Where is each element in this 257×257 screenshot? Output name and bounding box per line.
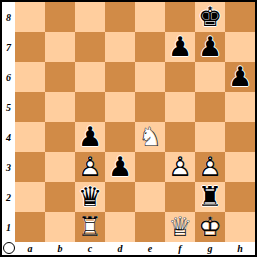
rank-label-2: 2 bbox=[2, 182, 15, 212]
square-c3[interactable]: ♟♙ bbox=[75, 152, 105, 182]
piece-outline-layer: ♕ bbox=[165, 212, 195, 242]
square-h1[interactable] bbox=[225, 212, 255, 242]
black-rook[interactable]: ♜ bbox=[195, 182, 225, 212]
square-d6[interactable] bbox=[105, 62, 135, 92]
rank-label-5: 5 bbox=[2, 92, 15, 122]
square-h5[interactable] bbox=[225, 92, 255, 122]
file-label-c: c bbox=[75, 242, 105, 255]
file-label-f: f bbox=[165, 242, 195, 255]
white-queen[interactable]: ♛♕ bbox=[165, 212, 195, 242]
rank-label-4: 4 bbox=[2, 122, 15, 152]
square-e4[interactable]: ♞♘ bbox=[135, 122, 165, 152]
file-labels: abcdefgh bbox=[15, 242, 255, 255]
square-f7[interactable]: ♟ bbox=[165, 32, 195, 62]
piece-outline-layer: ♙ bbox=[75, 152, 105, 182]
file-label-e: e bbox=[135, 242, 165, 255]
square-d4[interactable] bbox=[105, 122, 135, 152]
square-a6[interactable] bbox=[15, 62, 45, 92]
file-label-g: g bbox=[195, 242, 225, 255]
rank-label-3: 3 bbox=[2, 152, 15, 182]
square-h8[interactable] bbox=[225, 2, 255, 32]
square-g6[interactable] bbox=[195, 62, 225, 92]
chess-board: ♚♟♟♟♟♞♘♟♙♟♟♙♟♙♛♜♜♖♛♕♚♔ bbox=[15, 2, 255, 242]
square-c6[interactable] bbox=[75, 62, 105, 92]
black-pawn[interactable]: ♟ bbox=[165, 32, 195, 62]
file-label-a: a bbox=[15, 242, 45, 255]
square-g7[interactable]: ♟ bbox=[195, 32, 225, 62]
square-e5[interactable] bbox=[135, 92, 165, 122]
square-d3[interactable]: ♟ bbox=[105, 152, 135, 182]
square-f4[interactable] bbox=[165, 122, 195, 152]
square-b7[interactable] bbox=[45, 32, 75, 62]
white-knight[interactable]: ♞♘ bbox=[135, 122, 165, 152]
file-label-d: d bbox=[105, 242, 135, 255]
rank-label-1: 1 bbox=[2, 212, 15, 242]
white-king[interactable]: ♚♔ bbox=[195, 212, 225, 242]
rank-label-7: 7 bbox=[2, 32, 15, 62]
square-g1[interactable]: ♚♔ bbox=[195, 212, 225, 242]
square-c5[interactable] bbox=[75, 92, 105, 122]
square-h7[interactable] bbox=[225, 32, 255, 62]
square-d8[interactable] bbox=[105, 2, 135, 32]
black-pawn[interactable]: ♟ bbox=[75, 122, 105, 152]
square-h4[interactable] bbox=[225, 122, 255, 152]
black-pawn[interactable]: ♟ bbox=[225, 62, 255, 92]
square-a2[interactable] bbox=[15, 182, 45, 212]
square-a3[interactable] bbox=[15, 152, 45, 182]
square-e6[interactable] bbox=[135, 62, 165, 92]
square-h3[interactable] bbox=[225, 152, 255, 182]
square-f1[interactable]: ♛♕ bbox=[165, 212, 195, 242]
square-e1[interactable] bbox=[135, 212, 165, 242]
square-c1[interactable]: ♜♖ bbox=[75, 212, 105, 242]
white-rook[interactable]: ♜♖ bbox=[75, 212, 105, 242]
square-b2[interactable] bbox=[45, 182, 75, 212]
square-c4[interactable]: ♟ bbox=[75, 122, 105, 152]
white-pawn[interactable]: ♟♙ bbox=[195, 152, 225, 182]
rank-label-8: 8 bbox=[2, 2, 15, 32]
square-e2[interactable] bbox=[135, 182, 165, 212]
file-label-b: b bbox=[45, 242, 75, 255]
file-label-h: h bbox=[225, 242, 255, 255]
square-e3[interactable] bbox=[135, 152, 165, 182]
square-b3[interactable] bbox=[45, 152, 75, 182]
square-g8[interactable]: ♚ bbox=[195, 2, 225, 32]
chess-diagram: 87654321 ♚♟♟♟♟♞♘♟♙♟♟♙♟♙♛♜♜♖♛♕♚♔ abcdefgh bbox=[0, 0, 257, 257]
piece-outline-layer: ♙ bbox=[195, 152, 225, 182]
square-c7[interactable] bbox=[75, 32, 105, 62]
black-queen[interactable]: ♛ bbox=[75, 182, 105, 212]
square-b5[interactable] bbox=[45, 92, 75, 122]
square-h2[interactable] bbox=[225, 182, 255, 212]
rank-labels: 87654321 bbox=[2, 2, 15, 242]
square-a5[interactable] bbox=[15, 92, 45, 122]
piece-outline-layer: ♖ bbox=[75, 212, 105, 242]
square-c8[interactable] bbox=[75, 2, 105, 32]
square-a1[interactable] bbox=[15, 212, 45, 242]
square-f6[interactable] bbox=[165, 62, 195, 92]
square-c2[interactable]: ♛ bbox=[75, 182, 105, 212]
square-b1[interactable] bbox=[45, 212, 75, 242]
square-f8[interactable] bbox=[165, 2, 195, 32]
square-b6[interactable] bbox=[45, 62, 75, 92]
square-f5[interactable] bbox=[165, 92, 195, 122]
square-a8[interactable] bbox=[15, 2, 45, 32]
square-d5[interactable] bbox=[105, 92, 135, 122]
black-pawn[interactable]: ♟ bbox=[195, 32, 225, 62]
white-pawn[interactable]: ♟♙ bbox=[165, 152, 195, 182]
white-pawn[interactable]: ♟♙ bbox=[75, 152, 105, 182]
white-to-move-indicator bbox=[3, 242, 15, 254]
square-f3[interactable]: ♟♙ bbox=[165, 152, 195, 182]
square-g2[interactable]: ♜ bbox=[195, 182, 225, 212]
square-d7[interactable] bbox=[105, 32, 135, 62]
square-d1[interactable] bbox=[105, 212, 135, 242]
square-d2[interactable] bbox=[105, 182, 135, 212]
square-e7[interactable] bbox=[135, 32, 165, 62]
black-pawn[interactable]: ♟ bbox=[105, 152, 135, 182]
square-f2[interactable] bbox=[165, 182, 195, 212]
square-a4[interactable] bbox=[15, 122, 45, 152]
square-h6[interactable]: ♟ bbox=[225, 62, 255, 92]
square-b8[interactable] bbox=[45, 2, 75, 32]
square-b4[interactable] bbox=[45, 122, 75, 152]
square-g4[interactable] bbox=[195, 122, 225, 152]
rank-label-6: 6 bbox=[2, 62, 15, 92]
square-g3[interactable]: ♟♙ bbox=[195, 152, 225, 182]
black-king[interactable]: ♚ bbox=[195, 2, 225, 32]
piece-outline-layer: ♙ bbox=[165, 152, 195, 182]
square-a7[interactable] bbox=[15, 32, 45, 62]
square-g5[interactable] bbox=[195, 92, 225, 122]
square-e8[interactable] bbox=[135, 2, 165, 32]
piece-outline-layer: ♔ bbox=[195, 212, 225, 242]
piece-outline-layer: ♘ bbox=[135, 122, 165, 152]
